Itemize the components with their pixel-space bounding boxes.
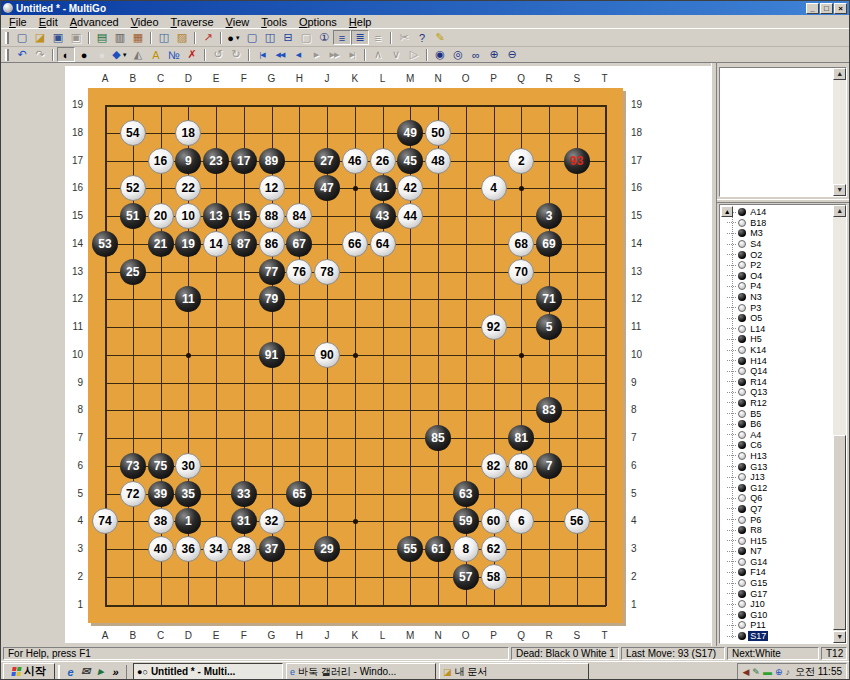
tree-twig [727, 572, 736, 573]
black-stone-D4: 1 [175, 508, 201, 534]
variation-down-icon: ∨ [392, 48, 400, 61]
black-stone-E15: 13 [203, 203, 229, 229]
move-list-item-H13[interactable]: H13 [720, 451, 833, 462]
window-board-button[interactable]: ▢ [243, 30, 261, 45]
tree-twig [727, 424, 736, 425]
tree-twig [727, 244, 736, 245]
tree-twig [727, 498, 736, 499]
toolbar-grip[interactable] [5, 32, 9, 44]
task-label: 내 문서 [455, 665, 488, 679]
move-list-item-K14[interactable]: K14 [720, 345, 833, 356]
tree-twig [727, 551, 736, 552]
sound-icon[interactable]: ♪ [785, 667, 790, 677]
label-tool-icon: A [152, 49, 159, 61]
white-stone-C3: 40 [148, 536, 174, 562]
coord-number-right-15: 15 [627, 210, 645, 222]
move-list-item-N3[interactable]: N3 [720, 292, 833, 303]
move-list-item-P6[interactable]: P6 [720, 514, 833, 525]
scroll-up-button[interactable]: ▲ [833, 68, 846, 80]
scrollbar-thumb[interactable] [833, 435, 846, 630]
tree-twig [727, 625, 736, 626]
move-list-item-L14[interactable]: L14 [720, 324, 833, 335]
variation-up-icon: ∧ [374, 48, 382, 61]
window-split-horizontal-button[interactable]: ⊟ [279, 30, 297, 45]
black-stone-G3: 37 [259, 536, 285, 562]
white-stone-H13: 76 [286, 259, 312, 285]
black-stone-C5: 39 [148, 481, 174, 507]
move-coordinate: R8 [748, 525, 764, 535]
panel-hsplitter[interactable] [717, 199, 849, 203]
status-last-move: Last Move: 93 (S17) [621, 647, 725, 660]
move-list-item-Q6[interactable]: Q6 [720, 493, 833, 504]
white-stone-M16: 42 [397, 175, 423, 201]
save-file-icon: ▣ [53, 31, 63, 44]
black-stone-O5: 63 [453, 481, 479, 507]
menu-view[interactable]: View [220, 16, 256, 28]
move-coordinate: O4 [748, 271, 764, 281]
coord-letter-O: O [456, 630, 476, 642]
move-list-item-Q14[interactable]: Q14 [720, 366, 833, 377]
grid-line-h [105, 410, 606, 411]
update-icon[interactable]: ⊕ [775, 667, 783, 677]
move-coordinate: F14 [748, 567, 768, 577]
move-number-display-button[interactable]: ① [315, 30, 333, 45]
copy-icon: ◫ [159, 31, 169, 44]
menu-video[interactable]: Video [125, 16, 165, 28]
coord-letter-N: N [428, 630, 448, 642]
close-button[interactable]: × [834, 3, 847, 14]
coord-letter-R: R [539, 630, 559, 642]
new-file-icon: ▢ [17, 31, 27, 44]
find-black-position-button[interactable]: ◉ [431, 47, 449, 62]
move-list-item-M3[interactable]: M3 [720, 228, 833, 239]
white-stone-icon [738, 621, 746, 629]
white-stone-Q4: 6 [508, 508, 534, 534]
paste-button[interactable]: ▨ [173, 30, 191, 45]
black-stone-F4: 31 [231, 508, 257, 534]
coord-letter-N: N [428, 73, 448, 85]
coord-number-right-8: 8 [627, 404, 645, 416]
white-stone-B5: 72 [120, 481, 146, 507]
move-list-item-G13[interactable]: G13 [720, 461, 833, 472]
move-coordinate: B5 [748, 409, 763, 419]
scroll-up-button[interactable]: ▲ [833, 205, 846, 217]
move-list-item-J13[interactable]: J13 [720, 472, 833, 483]
black-stone-icon [738, 399, 746, 407]
black-stone-A14: 53 [92, 231, 118, 257]
move-list-item-O4[interactable]: O4 [720, 271, 833, 282]
white-stone-icon [738, 367, 746, 375]
white-stone-K14: 66 [342, 231, 368, 257]
white-stone-J10: 90 [314, 342, 340, 368]
black-stone-J3: 29 [314, 536, 340, 562]
black-stone-B15: 51 [120, 203, 146, 229]
coord-letter-M: M [400, 73, 420, 85]
start-button[interactable]: 시작 [3, 663, 55, 680]
messenger-icon[interactable]: ▬ [763, 667, 772, 677]
black-stone-G10: 91 [259, 342, 285, 368]
task-icon: ◪ [443, 667, 452, 677]
black-stone-M17: 45 [397, 148, 423, 174]
move-coordinate: R14 [748, 377, 769, 387]
move-list-item-Q7[interactable]: Q7 [720, 504, 833, 515]
coord-number-right-17: 17 [627, 155, 645, 167]
toolbar-main: ▢◪▣▣▤▥▦◫▨↗●▼▢◫⊟▢①≡≣≡✂?✎ [1, 29, 849, 47]
move-list-item-J10[interactable]: J10 [720, 599, 833, 610]
tree-twig [727, 307, 736, 308]
move-coordinate: S17 [748, 631, 768, 641]
task-button-2[interactable]: e바둑 갤러리 - Windo... [286, 663, 436, 680]
scroll-down-button[interactable]: ▼ [833, 184, 846, 196]
move-list-item-H15[interactable]: H15 [720, 535, 833, 546]
erase-tool-button[interactable]: ◭ [129, 47, 147, 62]
back-10-button[interactable]: ◀◀ [271, 47, 289, 62]
multigo-window: Untitled * - MultiGo _ □ × FileEditAdvan… [0, 0, 850, 680]
move-coordinate: G14 [748, 557, 769, 567]
move-list-item-N7[interactable]: N7 [720, 546, 833, 557]
white-stone-M15: 44 [397, 203, 423, 229]
move-list-item-R8[interactable]: R8 [720, 525, 833, 536]
white-stone-K17: 46 [342, 148, 368, 174]
toolbar-separator [426, 49, 428, 61]
scroll-down-button[interactable]: ▼ [833, 631, 846, 643]
white-stone-N18: 50 [425, 120, 451, 146]
black-stone-icon [738, 505, 746, 513]
move-list-item-P11[interactable]: P11 [720, 620, 833, 631]
search-binoculars-button[interactable]: ∞ [467, 47, 485, 62]
alternate-move-mode-icon: ◐ [63, 49, 70, 61]
white-stone-D3: 36 [175, 536, 201, 562]
move-coordinate: B18 [748, 218, 768, 228]
new-file-button[interactable]: ▢ [13, 30, 31, 45]
black-stone-H5: 65 [286, 481, 312, 507]
go-board[interactable]: 1234567891011121314151617181920212223252… [88, 88, 623, 623]
tree-twig [727, 583, 736, 584]
move-list-item-H5[interactable]: H5 [720, 334, 833, 345]
panel-collapse-button[interactable]: ▲ [721, 206, 733, 217]
move-list-item-O2[interactable]: O2 [720, 249, 833, 260]
star-point [519, 186, 524, 191]
go-last-icon: ▶| [349, 51, 354, 59]
coord-letter-G: G [262, 73, 282, 85]
white-stone-icon [738, 431, 746, 439]
black-stone-R6: 7 [536, 453, 562, 479]
grid-line-h [105, 605, 606, 607]
coord-number-left-7: 7 [65, 432, 83, 444]
menu-tools[interactable]: Tools [255, 16, 293, 28]
copy-button[interactable]: ◫ [155, 30, 173, 45]
white-stone-G15: 88 [259, 203, 285, 229]
move-list-item-P2[interactable]: P2 [720, 260, 833, 271]
coord-number-left-12: 12 [65, 293, 83, 305]
window-split-horizontal-icon: ⊟ [283, 31, 292, 44]
board-zoom-in-button[interactable]: ⊕ [485, 47, 503, 62]
export-position-button[interactable]: ↗ [199, 30, 217, 45]
coord-letter-R: R [539, 73, 559, 85]
move-list-item-C6[interactable]: C6 [720, 440, 833, 451]
coord-letter-J: J [317, 73, 337, 85]
board-zoom-out-button[interactable]: ⊖ [503, 47, 521, 62]
move-coordinate: H15 [748, 536, 769, 546]
board-zoom-out-icon: ⊖ [507, 48, 516, 61]
black-stone-icon [738, 335, 746, 343]
move-coordinate: C6 [748, 440, 764, 450]
open-file-button[interactable]: ◪ [31, 30, 49, 45]
white-stone-E14: 14 [203, 231, 229, 257]
redo-button: ↷ [31, 47, 49, 62]
menu-traverse[interactable]: Traverse [165, 16, 220, 28]
move-coordinate: H5 [748, 334, 764, 344]
white-stone-icon [738, 261, 746, 269]
tree-twig [727, 381, 736, 382]
move-list-item-A4[interactable]: A4 [720, 429, 833, 440]
overflow-chevron-icon[interactable]: » [108, 666, 123, 678]
undo-button[interactable]: ↶ [13, 47, 31, 62]
tree-twig [727, 636, 736, 637]
info-pane-button[interactable]: ≣ [351, 30, 369, 45]
move-list-item-G14[interactable]: G14 [720, 557, 833, 568]
coord-letter-K: K [345, 73, 365, 85]
coord-letter-L: L [373, 630, 393, 642]
task-button-1[interactable]: ●○Untitled * - Multi... [133, 663, 283, 680]
coord-letter-O: O [456, 73, 476, 85]
white-stone-Q6: 80 [508, 453, 534, 479]
black-stone-Q7: 81 [508, 425, 534, 451]
white-stone-icon [738, 282, 746, 290]
black-stone-icon [738, 208, 746, 216]
paste-icon: ▨ [177, 31, 187, 44]
coord-letter-K: K [345, 630, 365, 642]
tree-twig [727, 371, 736, 372]
coord-number-right-7: 7 [627, 432, 645, 444]
move-list-item-O5[interactable]: O5 [720, 313, 833, 324]
coord-number-right-5: 5 [627, 488, 645, 500]
move-list-item-B5[interactable]: B5 [720, 408, 833, 419]
white-stone-Q13: 70 [508, 259, 534, 285]
move-list-item-Q13[interactable]: Q13 [720, 387, 833, 398]
move-list-item-S4[interactable]: S4 [720, 239, 833, 250]
menu-edit[interactable]: Edit [33, 16, 64, 28]
find-white-position-button[interactable]: ◎ [449, 47, 467, 62]
star-point [353, 353, 358, 358]
move-coordinate: O5 [748, 313, 764, 323]
white-stone-D16: 22 [175, 175, 201, 201]
stone-display-icon: ● [227, 32, 234, 44]
move-list-item-R14[interactable]: R14 [720, 377, 833, 388]
move-coordinate: G10 [748, 610, 769, 620]
move-coordinate: J10 [748, 599, 767, 609]
coord-letter-D: D [178, 630, 198, 642]
toolbar-edit: ↶↷◐●●◆▼◭A№✗↺↻|◀◀◀◀▶▶▶▶|∧∨▷◉◎∞⊕⊖ [1, 47, 849, 63]
move-list-item-B6[interactable]: B6 [720, 419, 833, 430]
toolbar-separator [88, 32, 90, 44]
tree-twig [727, 604, 736, 605]
label-tool-button[interactable]: A [147, 47, 165, 62]
coord-number-right-9: 9 [627, 377, 645, 389]
delete-move-button[interactable]: ✗ [183, 47, 201, 62]
move-coordinate: H13 [748, 451, 769, 461]
move-coordinate: G12 [748, 483, 769, 493]
white-stone-O3: 8 [453, 536, 479, 562]
move-list-item-G10[interactable]: G10 [720, 610, 833, 621]
ie-icon[interactable]: e [63, 666, 78, 678]
annotation-pencil-button[interactable]: ✎ [431, 30, 449, 45]
forward-icon: ▶ [314, 51, 318, 59]
tree-twig [727, 413, 736, 414]
grid-line-h [105, 383, 606, 384]
move-list-item-B18[interactable]: B18 [720, 218, 833, 229]
chevron-down-icon[interactable]: ▼ [122, 52, 128, 58]
move-list-item-S17[interactable]: S17 [720, 631, 833, 642]
white-stone-L14: 64 [370, 231, 396, 257]
black-stone-F15: 15 [231, 203, 257, 229]
black-stone-C14: 21 [148, 231, 174, 257]
move-list-item-F14[interactable]: F14 [720, 567, 833, 578]
move-list-item-A14[interactable]: A14 [720, 207, 833, 218]
context-help-button[interactable]: ? [413, 30, 431, 45]
move-list-item-G12[interactable]: G12 [720, 482, 833, 493]
tree-pane-icon: ≡ [339, 32, 345, 44]
coord-number-left-3: 3 [65, 543, 83, 555]
star-point [353, 186, 358, 191]
rotate-right-button: ↻ [227, 47, 245, 62]
comment-box[interactable]: ▲ ▼ [719, 67, 847, 197]
menu-advanced[interactable]: Advanced [64, 16, 125, 28]
status-bar: For Help, press F1 Dead: Black 0 White 1… [1, 646, 849, 661]
move-list-scrollbar[interactable]: ▲ ▼ [833, 205, 846, 643]
coord-letter-P: P [484, 630, 504, 642]
capture-board-button[interactable]: ▦ [129, 30, 147, 45]
pen-icon[interactable]: ✎ [752, 667, 760, 677]
alternate-move-mode-button[interactable]: ◐ [57, 47, 75, 62]
tree-twig [727, 466, 736, 467]
menu-options[interactable]: Options [293, 16, 343, 28]
coord-number-left-4: 4 [65, 515, 83, 527]
move-coordinate: G17 [748, 589, 769, 599]
media-player-icon[interactable]: ▸ [93, 665, 108, 678]
task-buttons: ●○Untitled * - Multi...e바둑 갤러리 - Windo..… [130, 663, 589, 680]
coord-letter-J: J [317, 630, 337, 642]
delete-move-icon: ✗ [187, 48, 196, 61]
window-split-vertical-button[interactable]: ◫ [261, 30, 279, 45]
move-list-item-H14[interactable]: H14 [720, 355, 833, 366]
go-first-button[interactable]: |◀ [253, 47, 271, 62]
black-stone-icon [738, 611, 746, 619]
coord-number-left-5: 5 [65, 488, 83, 500]
coord-letter-S: S [567, 630, 587, 642]
minimize-button[interactable]: _ [806, 3, 819, 14]
white-stone-mode-icon: ● [99, 49, 106, 61]
grid-line-v [605, 105, 607, 606]
tree-twig [727, 614, 736, 615]
task-button-3[interactable]: ◪내 문서 [439, 663, 589, 680]
move-list-item-P4[interactable]: P4 [720, 281, 833, 292]
clock: 오전 11:55 [795, 665, 842, 679]
find-black-position-icon: ◉ [435, 48, 445, 61]
status-dead-stones: Dead: Black 0 White 1 [511, 647, 619, 660]
black-stone-R14: 69 [536, 231, 562, 257]
toolbar-grip[interactable] [5, 49, 9, 61]
print-button[interactable]: ▥ [111, 30, 129, 45]
coord-letter-E: E [206, 73, 226, 85]
move-coordinate: N7 [748, 546, 764, 556]
white-stone-icon [738, 219, 746, 227]
volume-icon[interactable]: ◀ [742, 667, 749, 677]
move-list-item-R12[interactable]: R12 [720, 398, 833, 409]
scissors-button: ✂ [395, 30, 413, 45]
app-icon [3, 3, 13, 13]
move-coordinate: K14 [748, 345, 768, 355]
save-file-button[interactable]: ▣ [49, 30, 67, 45]
black-stone-R8: 83 [536, 397, 562, 423]
maximize-button[interactable]: □ [820, 3, 833, 14]
tree-twig [727, 360, 736, 361]
chevron-down-icon[interactable]: ▼ [235, 35, 241, 41]
menu-help[interactable]: Help [343, 16, 378, 28]
export-board-button[interactable]: ▤ [93, 30, 111, 45]
black-stone-icon [738, 251, 746, 259]
white-stone-D18: 18 [175, 120, 201, 146]
tree-pane-button[interactable]: ≡ [333, 30, 351, 45]
white-stone-L17: 26 [370, 148, 396, 174]
mark-tool-button[interactable]: ◆▼ [111, 47, 129, 62]
coord-letter-T: T [595, 630, 615, 642]
back-button[interactable]: ◀ [289, 47, 307, 62]
move-coordinate: Q14 [748, 366, 769, 376]
print-icon: ▥ [115, 31, 125, 44]
black-stone-F17: 17 [231, 148, 257, 174]
status-help: For Help, press F1 [3, 647, 509, 660]
black-stone-D5: 35 [175, 481, 201, 507]
coord-letter-G: G [262, 630, 282, 642]
taskbar: 시작 e✉▸» ●○Untitled * - Multi...e바둑 갤러리 -… [1, 661, 849, 680]
mail-icon[interactable]: ✉ [78, 665, 93, 678]
coord-number-right-19: 19 [627, 99, 645, 111]
black-stone-J17: 27 [314, 148, 340, 174]
info-pane-icon: ≣ [355, 31, 364, 44]
move-list-item-G17[interactable]: G17 [720, 588, 833, 599]
number-tool-button[interactable]: № [165, 47, 183, 62]
white-stone-mode-button[interactable]: ● [93, 47, 111, 62]
white-stone-P6: 82 [481, 453, 507, 479]
black-stone-mode-button[interactable]: ● [75, 47, 93, 62]
context-help-icon: ? [419, 32, 425, 44]
status-next-player: Next:White [727, 647, 819, 660]
coord-number-right-16: 16 [627, 182, 645, 194]
white-stone-B16: 52 [120, 175, 146, 201]
tree-twig [727, 265, 736, 266]
stone-display-button[interactable]: ●▼ [225, 30, 243, 45]
white-stone-C4: 38 [148, 508, 174, 534]
coord-letter-H: H [289, 73, 309, 85]
toolbar-separator [220, 32, 222, 44]
menu-file[interactable]: File [3, 16, 33, 28]
tree-twig [727, 339, 736, 340]
move-coordinate: Q7 [748, 504, 764, 514]
white-stone-P11: 92 [481, 314, 507, 340]
coord-number-left-18: 18 [65, 127, 83, 139]
white-stone-J13: 78 [314, 259, 340, 285]
board-zoom-in-icon: ⊕ [489, 48, 498, 61]
comment-scrollbar[interactable]: ▲ ▼ [833, 68, 846, 196]
white-stone-Q17: 2 [508, 148, 534, 174]
black-stone-icon [738, 463, 746, 471]
task-icon: e [290, 667, 295, 677]
move-list-item-G15[interactable]: G15 [720, 578, 833, 589]
move-coordinate: L14 [748, 324, 767, 334]
move-list-item-P3[interactable]: P3 [720, 302, 833, 313]
white-stone-N17: 48 [425, 148, 451, 174]
